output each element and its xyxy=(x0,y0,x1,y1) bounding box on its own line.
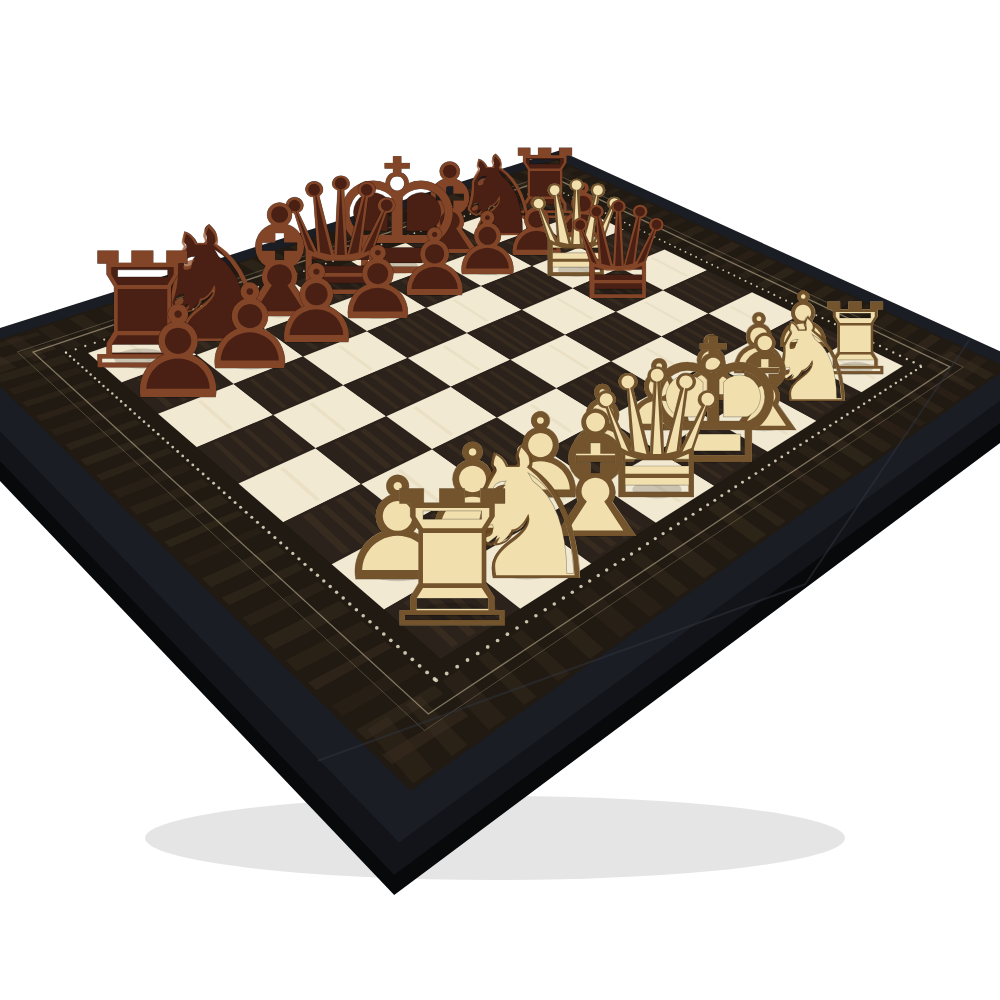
chess-set-photo: ♜♖♞♘♟♙♝♗♟♙♚♔♟♙♛♕♛♕♟♙♛♕♝♗♟♙♞♘♟♙♟♙♜♖♟♙♟♙♜♖… xyxy=(0,0,1000,1000)
piece-glyph-detail: ♖ xyxy=(369,451,537,669)
piece-black-pawn-a7[interactable]: ♟♙ xyxy=(121,279,235,427)
piece-white-rook-a1[interactable]: ♜♖ xyxy=(369,451,537,669)
piece-glyph-detail: ♙ xyxy=(121,279,235,427)
chessboard-photo-svg: ♜♖♞♘♟♙♝♗♟♙♚♔♟♙♛♕♛♕♟♙♛♕♝♗♟♙♞♘♟♙♟♙♜♖♟♙♟♙♜♖… xyxy=(0,0,1000,1000)
